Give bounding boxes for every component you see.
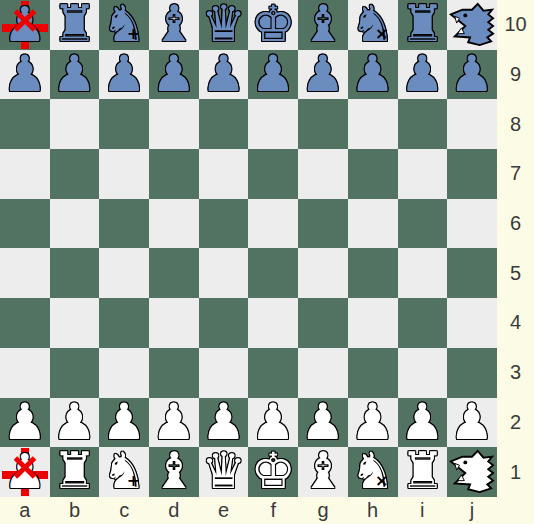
- square-e5[interactable]: [199, 248, 249, 298]
- file-label-g: g: [298, 497, 348, 524]
- white-pawn[interactable]: ♟: [99, 398, 149, 448]
- square-c6[interactable]: [99, 199, 149, 249]
- square-d7[interactable]: [149, 149, 199, 199]
- square-e7[interactable]: [199, 149, 249, 199]
- square-h9[interactable]: ♟: [348, 50, 398, 100]
- square-f5[interactable]: [248, 248, 298, 298]
- square-b8[interactable]: [50, 99, 100, 149]
- white-pawn[interactable]: ♟: [0, 398, 50, 448]
- file-label-b: b: [50, 497, 100, 524]
- square-i8[interactable]: [398, 99, 448, 149]
- blue-pawn[interactable]: ♟: [50, 50, 100, 100]
- rank-label-10: 10: [497, 0, 534, 50]
- square-b5[interactable]: [50, 248, 100, 298]
- square-b9[interactable]: ♟: [50, 50, 100, 100]
- square-g2[interactable]: ♟: [298, 398, 348, 448]
- file-label-f: f: [248, 497, 298, 524]
- square-j7[interactable]: [447, 149, 497, 199]
- blue-queen[interactable]: ♛: [199, 0, 249, 50]
- rank-label-5: 5: [497, 248, 534, 298]
- file-label-a: a: [0, 497, 50, 524]
- square-e6[interactable]: [199, 199, 249, 249]
- white-rook[interactable]: ♜: [50, 447, 100, 497]
- square-g1[interactable]: ♝: [298, 447, 348, 497]
- square-d2[interactable]: ♟: [149, 398, 199, 448]
- file-label-d: d: [149, 497, 199, 524]
- white-bishop[interactable]: ♝: [298, 447, 348, 497]
- square-b6[interactable]: [50, 199, 100, 249]
- square-a5[interactable]: [0, 248, 50, 298]
- square-a9[interactable]: ♟: [0, 50, 50, 100]
- blue-knight-plus[interactable]: ♞+: [99, 0, 149, 50]
- plus-mark: +: [127, 473, 140, 489]
- square-f6[interactable]: [248, 199, 298, 249]
- square-b7[interactable]: [50, 149, 100, 199]
- square-g7[interactable]: [298, 149, 348, 199]
- square-g10[interactable]: ♝: [298, 0, 348, 50]
- square-e1[interactable]: ♛: [199, 447, 249, 497]
- rank-label-8: 8: [497, 99, 534, 149]
- square-g9[interactable]: ♟: [298, 50, 348, 100]
- white-knight-plus[interactable]: ♞+: [99, 447, 149, 497]
- square-b2[interactable]: ♟: [50, 398, 100, 448]
- rank-label-3: 3: [497, 348, 534, 398]
- square-h4[interactable]: [348, 298, 398, 348]
- white-pawn[interactable]: ♟: [398, 398, 448, 448]
- square-a8[interactable]: [0, 99, 50, 149]
- blue-wolf[interactable]: [447, 0, 497, 50]
- square-d8[interactable]: [149, 99, 199, 149]
- square-i1[interactable]: ♜: [398, 447, 448, 497]
- square-b1[interactable]: ♜: [50, 447, 100, 497]
- white-pawn[interactable]: ♟: [248, 398, 298, 448]
- cross-mark: ×: [375, 473, 388, 489]
- blue-knight-cross[interactable]: ♞×: [348, 0, 398, 50]
- square-h2[interactable]: ♟: [348, 398, 398, 448]
- blue-bishop[interactable]: ♝: [298, 0, 348, 50]
- blue-pawn[interactable]: ♟: [149, 50, 199, 100]
- plus-mark: +: [127, 26, 140, 42]
- rank-label-2: 2: [497, 398, 534, 448]
- square-e3[interactable]: [199, 348, 249, 398]
- square-c10[interactable]: ♞+: [99, 0, 149, 50]
- white-pawn[interactable]: ♟: [348, 398, 398, 448]
- square-g6[interactable]: [298, 199, 348, 249]
- blue-pawn[interactable]: ♟: [0, 50, 50, 100]
- rank-label-9: 9: [497, 50, 534, 100]
- square-d10[interactable]: ♝: [149, 0, 199, 50]
- square-a6[interactable]: [0, 199, 50, 249]
- blue-bishop[interactable]: ♝: [149, 0, 199, 50]
- file-label-j: j: [447, 497, 497, 524]
- rank-label-1: 1: [497, 447, 534, 497]
- square-g8[interactable]: [298, 99, 348, 149]
- square-f4[interactable]: [248, 298, 298, 348]
- blue-pawn[interactable]: ♟: [447, 50, 497, 100]
- square-d5[interactable]: [149, 248, 199, 298]
- square-j2[interactable]: ♟: [447, 398, 497, 448]
- rank-labels: 10987654321: [497, 0, 534, 497]
- square-f3[interactable]: [248, 348, 298, 398]
- file-label-e: e: [199, 497, 249, 524]
- square-i7[interactable]: [398, 149, 448, 199]
- square-f2[interactable]: ♟: [248, 398, 298, 448]
- square-i10[interactable]: ♜: [398, 0, 448, 50]
- blue-pawn[interactable]: ♟: [348, 50, 398, 100]
- square-j9[interactable]: ♟: [447, 50, 497, 100]
- white-pawn[interactable]: ♟: [199, 398, 249, 448]
- square-b10[interactable]: ♜: [50, 0, 100, 50]
- square-d6[interactable]: [149, 199, 199, 249]
- blue-rook[interactable]: ♜: [50, 0, 100, 50]
- square-h6[interactable]: [348, 199, 398, 249]
- square-j1[interactable]: [447, 447, 497, 497]
- square-h8[interactable]: [348, 99, 398, 149]
- file-label-h: h: [348, 497, 398, 524]
- square-i9[interactable]: ♟: [398, 50, 448, 100]
- white-rook[interactable]: ♜: [398, 447, 448, 497]
- square-b4[interactable]: [50, 298, 100, 348]
- square-c5[interactable]: [99, 248, 149, 298]
- square-j10[interactable]: [447, 0, 497, 50]
- square-e9[interactable]: ♟: [199, 50, 249, 100]
- rank-label-7: 7: [497, 149, 534, 199]
- blue-pawn[interactable]: ♟: [398, 50, 448, 100]
- square-e4[interactable]: [199, 298, 249, 348]
- square-c4[interactable]: [99, 298, 149, 348]
- square-h10[interactable]: ♞×: [348, 0, 398, 50]
- square-d1[interactable]: ♝: [149, 447, 199, 497]
- square-a4[interactable]: [0, 298, 50, 348]
- square-i3[interactable]: [398, 348, 448, 398]
- square-c2[interactable]: ♟: [99, 398, 149, 448]
- square-f7[interactable]: [248, 149, 298, 199]
- blue-pawn[interactable]: ♟: [248, 50, 298, 100]
- square-j8[interactable]: [447, 99, 497, 149]
- square-d3[interactable]: [149, 348, 199, 398]
- square-j4[interactable]: [447, 298, 497, 348]
- square-c9[interactable]: ♟: [99, 50, 149, 100]
- chess-board: ♟♜♞+♝♛♚♝♞×♜♟♟♟♟♟♟♟♟♟♟♟♟♟♟♟♟♟♟♟♟♟♜♞+♝♛♚♝♞…: [0, 0, 497, 497]
- file-label-c: c: [99, 497, 149, 524]
- cross-mark: ×: [375, 26, 388, 42]
- square-g3[interactable]: [298, 348, 348, 398]
- square-f10[interactable]: ♚: [248, 0, 298, 50]
- square-f1[interactable]: ♚: [248, 447, 298, 497]
- white-pawn[interactable]: ♟: [447, 398, 497, 448]
- square-d9[interactable]: ♟: [149, 50, 199, 100]
- square-h5[interactable]: [348, 248, 398, 298]
- rank-label-4: 4: [497, 298, 534, 348]
- square-a2[interactable]: ♟: [0, 398, 50, 448]
- square-a3[interactable]: [0, 348, 50, 398]
- square-a1[interactable]: ♟: [0, 447, 50, 497]
- square-j5[interactable]: [447, 248, 497, 298]
- square-j6[interactable]: [447, 199, 497, 249]
- square-e8[interactable]: [199, 99, 249, 149]
- square-c1[interactable]: ♞+: [99, 447, 149, 497]
- square-e10[interactable]: ♛: [199, 0, 249, 50]
- square-h1[interactable]: ♞×: [348, 447, 398, 497]
- white-wolf[interactable]: [447, 447, 497, 497]
- square-i2[interactable]: ♟: [398, 398, 448, 448]
- blue-crossed-piece[interactable]: ♟: [0, 0, 50, 50]
- square-g5[interactable]: [298, 248, 348, 298]
- square-g4[interactable]: [298, 298, 348, 348]
- square-a10[interactable]: ♟: [0, 0, 50, 50]
- blue-pawn[interactable]: ♟: [298, 50, 348, 100]
- white-queen[interactable]: ♛: [199, 447, 249, 497]
- square-d4[interactable]: [149, 298, 199, 348]
- square-c7[interactable]: [99, 149, 149, 199]
- square-c8[interactable]: [99, 99, 149, 149]
- square-i5[interactable]: [398, 248, 448, 298]
- square-h3[interactable]: [348, 348, 398, 398]
- square-i4[interactable]: [398, 298, 448, 348]
- square-i6[interactable]: [398, 199, 448, 249]
- file-labels: abcdefghij: [0, 497, 497, 524]
- white-crossed-piece[interactable]: ♟: [0, 447, 50, 497]
- white-pawn[interactable]: ♟: [298, 398, 348, 448]
- square-e2[interactable]: ♟: [199, 398, 249, 448]
- square-b3[interactable]: [50, 348, 100, 398]
- square-f9[interactable]: ♟: [248, 50, 298, 100]
- file-label-i: i: [398, 497, 448, 524]
- blue-king[interactable]: ♚: [248, 0, 298, 50]
- game-window: ♟♜♞+♝♛♚♝♞×♜♟♟♟♟♟♟♟♟♟♟♟♟♟♟♟♟♟♟♟♟♟♜♞+♝♛♚♝♞…: [0, 0, 534, 524]
- square-a7[interactable]: [0, 149, 50, 199]
- blue-rook[interactable]: ♜: [398, 0, 448, 50]
- blue-pawn[interactable]: ♟: [199, 50, 249, 100]
- white-pawn[interactable]: ♟: [149, 398, 199, 448]
- square-h7[interactable]: [348, 149, 398, 199]
- white-pawn[interactable]: ♟: [50, 398, 100, 448]
- white-bishop[interactable]: ♝: [149, 447, 199, 497]
- blue-pawn[interactable]: ♟: [99, 50, 149, 100]
- square-f8[interactable]: [248, 99, 298, 149]
- square-c3[interactable]: [99, 348, 149, 398]
- rank-label-6: 6: [497, 199, 534, 249]
- white-king[interactable]: ♚: [248, 447, 298, 497]
- white-knight-cross[interactable]: ♞×: [348, 447, 398, 497]
- square-j3[interactable]: [447, 348, 497, 398]
